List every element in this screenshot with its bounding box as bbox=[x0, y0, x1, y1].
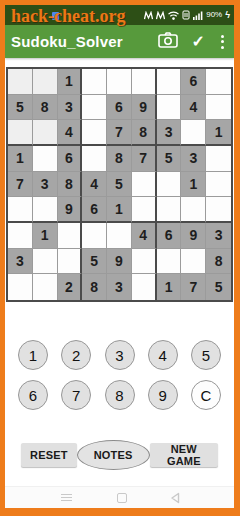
sudoku-cell-r1c9[interactable] bbox=[206, 69, 231, 95]
sudoku-cell-r5c4[interactable]: 4 bbox=[82, 172, 107, 198]
sudoku-cell-r4c1[interactable]: 1 bbox=[8, 146, 33, 172]
digit-button-3[interactable]: 3 bbox=[105, 340, 135, 370]
sudoku-cell-r7c7[interactable]: 6 bbox=[157, 223, 182, 249]
sudoku-cell-r8c1[interactable]: 3 bbox=[8, 249, 33, 275]
sudoku-cell-r5c8[interactable]: 1 bbox=[181, 172, 206, 198]
sudoku-cell-r5c5[interactable]: 5 bbox=[107, 172, 132, 198]
sudoku-cell-r7c1[interactable] bbox=[8, 223, 33, 249]
status-bar: hack-cheat.org 90% ϟ bbox=[5, 5, 234, 25]
sudoku-cell-r3c1[interactable] bbox=[8, 120, 33, 146]
sudoku-cell-r7c6[interactable]: 4 bbox=[132, 223, 157, 249]
sudoku-cell-r6c5[interactable]: 1 bbox=[107, 197, 132, 223]
sudoku-cell-r9c7[interactable]: 1 bbox=[157, 274, 182, 300]
sudoku-cell-r9c4[interactable]: 8 bbox=[82, 274, 107, 300]
sudoku-cell-r2c7[interactable] bbox=[157, 95, 182, 121]
charging-icon: ϟ bbox=[225, 5, 230, 25]
sudoku-cell-r1c6[interactable] bbox=[132, 69, 157, 95]
sudoku-cell-r3c4[interactable] bbox=[82, 120, 107, 146]
sudoku-cell-r6c8[interactable] bbox=[181, 197, 206, 223]
sudoku-cell-r2c1[interactable]: 5 bbox=[8, 95, 33, 121]
sudoku-cell-r7c9[interactable]: 3 bbox=[206, 223, 231, 249]
sudoku-cell-r4c4[interactable] bbox=[82, 146, 107, 172]
sudoku-cell-r2c2[interactable]: 8 bbox=[33, 95, 58, 121]
camera-icon[interactable] bbox=[158, 32, 178, 52]
wifi-icon bbox=[168, 11, 179, 20]
sudoku-cell-r9c3[interactable]: 2 bbox=[58, 274, 83, 300]
sudoku-cell-r9c1[interactable] bbox=[8, 274, 33, 300]
sudoku-cell-r6c9[interactable] bbox=[206, 197, 231, 223]
digit-button-6[interactable]: 6 bbox=[18, 380, 48, 410]
sudoku-cell-r6c1[interactable] bbox=[8, 197, 33, 223]
sudoku-cell-r3c5[interactable]: 7 bbox=[107, 120, 132, 146]
sudoku-cell-r2c9[interactable] bbox=[206, 95, 231, 121]
sudoku-cell-r7c3[interactable] bbox=[58, 223, 83, 249]
sudoku-cell-r8c3[interactable] bbox=[58, 249, 83, 275]
digit-button-4[interactable]: 4 bbox=[148, 340, 178, 370]
sudoku-cell-r4c8[interactable]: 3 bbox=[181, 146, 206, 172]
digit-button-7[interactable]: 7 bbox=[61, 380, 91, 410]
sudoku-cell-r7c2[interactable]: 1 bbox=[33, 223, 58, 249]
sudoku-cell-r9c9[interactable]: 5 bbox=[206, 274, 231, 300]
sudoku-cell-r6c2[interactable] bbox=[33, 197, 58, 223]
sudoku-cell-r8c4[interactable]: 5 bbox=[82, 249, 107, 275]
sudoku-cell-r5c1[interactable]: 7 bbox=[8, 172, 33, 198]
sudoku-cell-r4c9[interactable] bbox=[206, 146, 231, 172]
sudoku-cell-r3c8[interactable] bbox=[181, 120, 206, 146]
overflow-menu-icon[interactable] bbox=[219, 33, 226, 51]
sudoku-cell-r5c2[interactable]: 3 bbox=[33, 172, 58, 198]
sudoku-cell-r1c7[interactable] bbox=[157, 69, 182, 95]
sudoku-cell-r1c8[interactable]: 6 bbox=[181, 69, 206, 95]
sudoku-cell-r9c2[interactable] bbox=[33, 274, 58, 300]
watermark-text: hack-cheat.org bbox=[11, 6, 125, 27]
sudoku-cell-r5c6[interactable] bbox=[132, 172, 157, 198]
app-bar-actions: ✓ bbox=[158, 32, 228, 52]
sudoku-cell-r2c8[interactable]: 4 bbox=[181, 95, 206, 121]
status-icons: 90% ϟ bbox=[144, 5, 230, 25]
digit-button-9[interactable]: 9 bbox=[148, 380, 178, 410]
sudoku-cell-r4c6[interactable]: 7 bbox=[132, 146, 157, 172]
recents-icon[interactable] bbox=[58, 491, 75, 504]
sudoku-cell-r6c3[interactable]: 9 bbox=[58, 197, 83, 223]
sudoku-cell-r3c2[interactable] bbox=[33, 120, 58, 146]
sudoku-cell-r3c9[interactable]: 1 bbox=[206, 120, 231, 146]
sudoku-cell-r7c5[interactable] bbox=[107, 223, 132, 249]
sudoku-cell-r3c3[interactable]: 4 bbox=[58, 120, 83, 146]
app-bar: Sudoku_Solver ✓ bbox=[5, 25, 234, 58]
sudoku-cell-r1c1[interactable] bbox=[8, 69, 33, 95]
page-title: Sudoku_Solver bbox=[11, 33, 158, 50]
sudoku-cell-r4c7[interactable]: 5 bbox=[157, 146, 182, 172]
sudoku-cell-r8c8[interactable] bbox=[181, 249, 206, 275]
back-icon[interactable] bbox=[169, 492, 181, 504]
watermark-frame: hack-cheat.org 90% ϟ Sudoku_Solver ✓ 165… bbox=[0, 0, 240, 516]
notes-button[interactable]: NOTES bbox=[77, 440, 150, 470]
digit-button-5[interactable]: 5 bbox=[191, 340, 221, 370]
sudoku-cell-r8c6[interactable] bbox=[132, 249, 157, 275]
sudoku-cell-r8c7[interactable] bbox=[157, 249, 182, 275]
number-pad: 123456789C bbox=[5, 340, 234, 410]
sudoku-cell-r2c6[interactable]: 9 bbox=[132, 95, 157, 121]
sudoku-cell-r3c7[interactable]: 3 bbox=[157, 120, 182, 146]
digit-button-1[interactable]: 1 bbox=[18, 340, 48, 370]
sudoku-cell-r5c7[interactable] bbox=[157, 172, 182, 198]
sudoku-cell-r4c3[interactable]: 6 bbox=[58, 146, 83, 172]
sudoku-cell-r6c4[interactable]: 6 bbox=[82, 197, 107, 223]
sudoku-cell-r4c5[interactable]: 8 bbox=[107, 146, 132, 172]
sudoku-cell-r1c3[interactable]: 1 bbox=[58, 69, 83, 95]
sudoku-cell-r2c3[interactable]: 3 bbox=[58, 95, 83, 121]
sudoku-cell-r2c4[interactable] bbox=[82, 95, 107, 121]
home-icon[interactable] bbox=[117, 493, 127, 503]
sudoku-cell-r5c9[interactable] bbox=[206, 172, 231, 198]
battery-percent: 90% bbox=[206, 5, 222, 25]
sudoku-cell-r1c5[interactable] bbox=[107, 69, 132, 95]
notification-icon bbox=[144, 11, 153, 20]
phone-screen: hack-cheat.org 90% ϟ Sudoku_Solver ✓ 165… bbox=[5, 5, 234, 508]
sudoku-cell-r5c3[interactable]: 8 bbox=[58, 172, 83, 198]
sudoku-cell-r6c7[interactable] bbox=[157, 197, 182, 223]
clear-button[interactable]: C bbox=[191, 380, 221, 410]
mobile-network-icon bbox=[182, 10, 190, 20]
sudoku-cell-r8c9[interactable]: 8 bbox=[206, 249, 231, 275]
notification-icon bbox=[156, 11, 165, 20]
sudoku-cell-r6c6[interactable] bbox=[132, 197, 157, 223]
new-game-button[interactable]: NEW GAME bbox=[150, 443, 218, 467]
digit-button-8[interactable]: 8 bbox=[105, 380, 135, 410]
sudoku-cell-r1c4[interactable] bbox=[82, 69, 107, 95]
sudoku-cell-r3c6[interactable]: 8 bbox=[132, 120, 157, 146]
reset-button[interactable]: RESET bbox=[21, 443, 77, 467]
sudoku-cell-r9c6[interactable] bbox=[132, 274, 157, 300]
sudoku-cell-r8c5[interactable]: 9 bbox=[107, 249, 132, 275]
sudoku-cell-r1c2[interactable] bbox=[33, 69, 58, 95]
sudoku-cell-r7c4[interactable] bbox=[82, 223, 107, 249]
android-nav-bar bbox=[5, 486, 234, 508]
sudoku-cell-r7c8[interactable]: 9 bbox=[181, 223, 206, 249]
confirm-check-icon[interactable]: ✓ bbox=[192, 34, 205, 50]
sudoku-cell-r9c5[interactable]: 3 bbox=[107, 274, 132, 300]
sudoku-cell-r2c5[interactable]: 6 bbox=[107, 95, 132, 121]
action-buttons: RESET NOTES NEW GAME bbox=[5, 440, 234, 470]
sudoku-cell-r9c8[interactable]: 7 bbox=[181, 274, 206, 300]
signal-strength-icon bbox=[193, 10, 203, 20]
sudoku-board: 1658369447831168753738451961146933598283… bbox=[6, 67, 233, 302]
sudoku-cell-r8c2[interactable] bbox=[33, 249, 58, 275]
digit-button-2[interactable]: 2 bbox=[61, 340, 91, 370]
sudoku-cell-r4c2[interactable] bbox=[33, 146, 58, 172]
